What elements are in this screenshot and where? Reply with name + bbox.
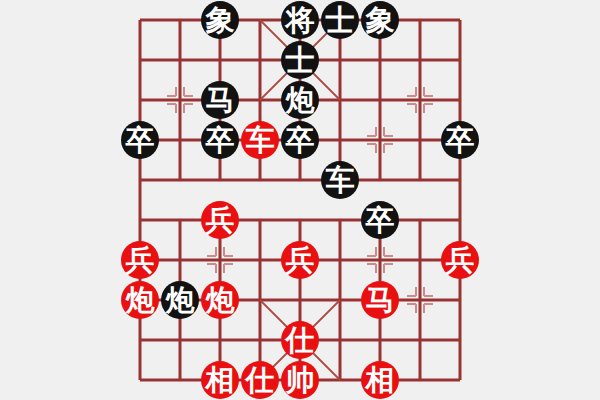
red-cannon[interactable]: 炮 bbox=[201, 281, 239, 319]
black-general[interactable]: 将 bbox=[281, 1, 319, 39]
black-elephant[interactable]: 象 bbox=[201, 1, 239, 39]
black-cannon[interactable]: 炮 bbox=[161, 281, 199, 319]
red-chariot[interactable]: 车 bbox=[241, 121, 279, 159]
red-soldier[interactable]: 兵 bbox=[441, 241, 479, 279]
black-soldier[interactable]: 卒 bbox=[121, 121, 159, 159]
red-advisor[interactable]: 仕 bbox=[281, 321, 319, 359]
black-horse[interactable]: 马 bbox=[201, 81, 239, 119]
black-soldier[interactable]: 卒 bbox=[201, 121, 239, 159]
black-advisor[interactable]: 士 bbox=[281, 41, 319, 79]
red-soldier[interactable]: 兵 bbox=[121, 241, 159, 279]
red-elephant[interactable]: 相 bbox=[201, 361, 239, 399]
black-soldier[interactable]: 卒 bbox=[281, 121, 319, 159]
red-cannon[interactable]: 炮 bbox=[121, 281, 159, 319]
red-horse[interactable]: 马 bbox=[361, 281, 399, 319]
black-soldier[interactable]: 卒 bbox=[361, 201, 399, 239]
black-cannon[interactable]: 炮 bbox=[281, 81, 319, 119]
red-elephant[interactable]: 相 bbox=[361, 361, 399, 399]
pieces-layer: 象将士象士马炮卒卒车卒卒车兵卒兵兵兵炮炮炮马仕相仕帅相 bbox=[0, 0, 600, 400]
black-advisor[interactable]: 士 bbox=[321, 1, 359, 39]
xiangqi-app: 象将士象士马炮卒卒车卒卒车兵卒兵兵兵炮炮炮马仕相仕帅相 bbox=[0, 0, 600, 400]
black-elephant[interactable]: 象 bbox=[361, 1, 399, 39]
red-soldier[interactable]: 兵 bbox=[201, 201, 239, 239]
red-advisor[interactable]: 仕 bbox=[241, 361, 279, 399]
black-chariot[interactable]: 车 bbox=[321, 161, 359, 199]
red-soldier[interactable]: 兵 bbox=[281, 241, 319, 279]
black-soldier[interactable]: 卒 bbox=[441, 121, 479, 159]
red-general[interactable]: 帅 bbox=[281, 361, 319, 399]
